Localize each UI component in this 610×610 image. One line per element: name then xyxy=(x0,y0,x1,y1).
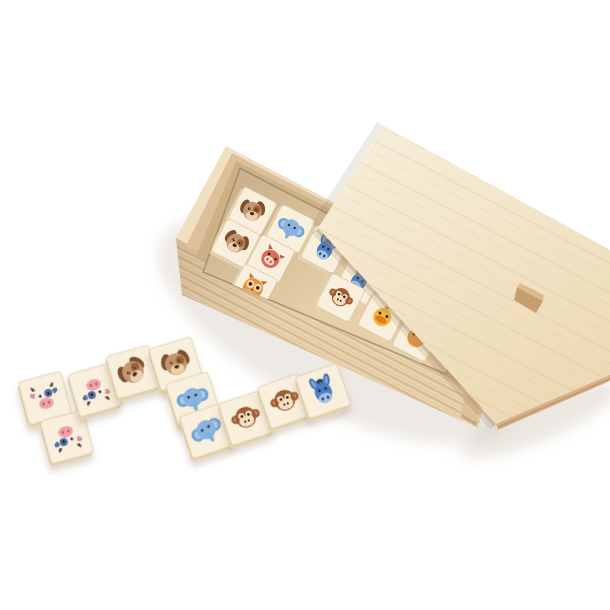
product-photo-scene xyxy=(0,0,610,610)
animal-dominoes-scene xyxy=(0,0,610,610)
